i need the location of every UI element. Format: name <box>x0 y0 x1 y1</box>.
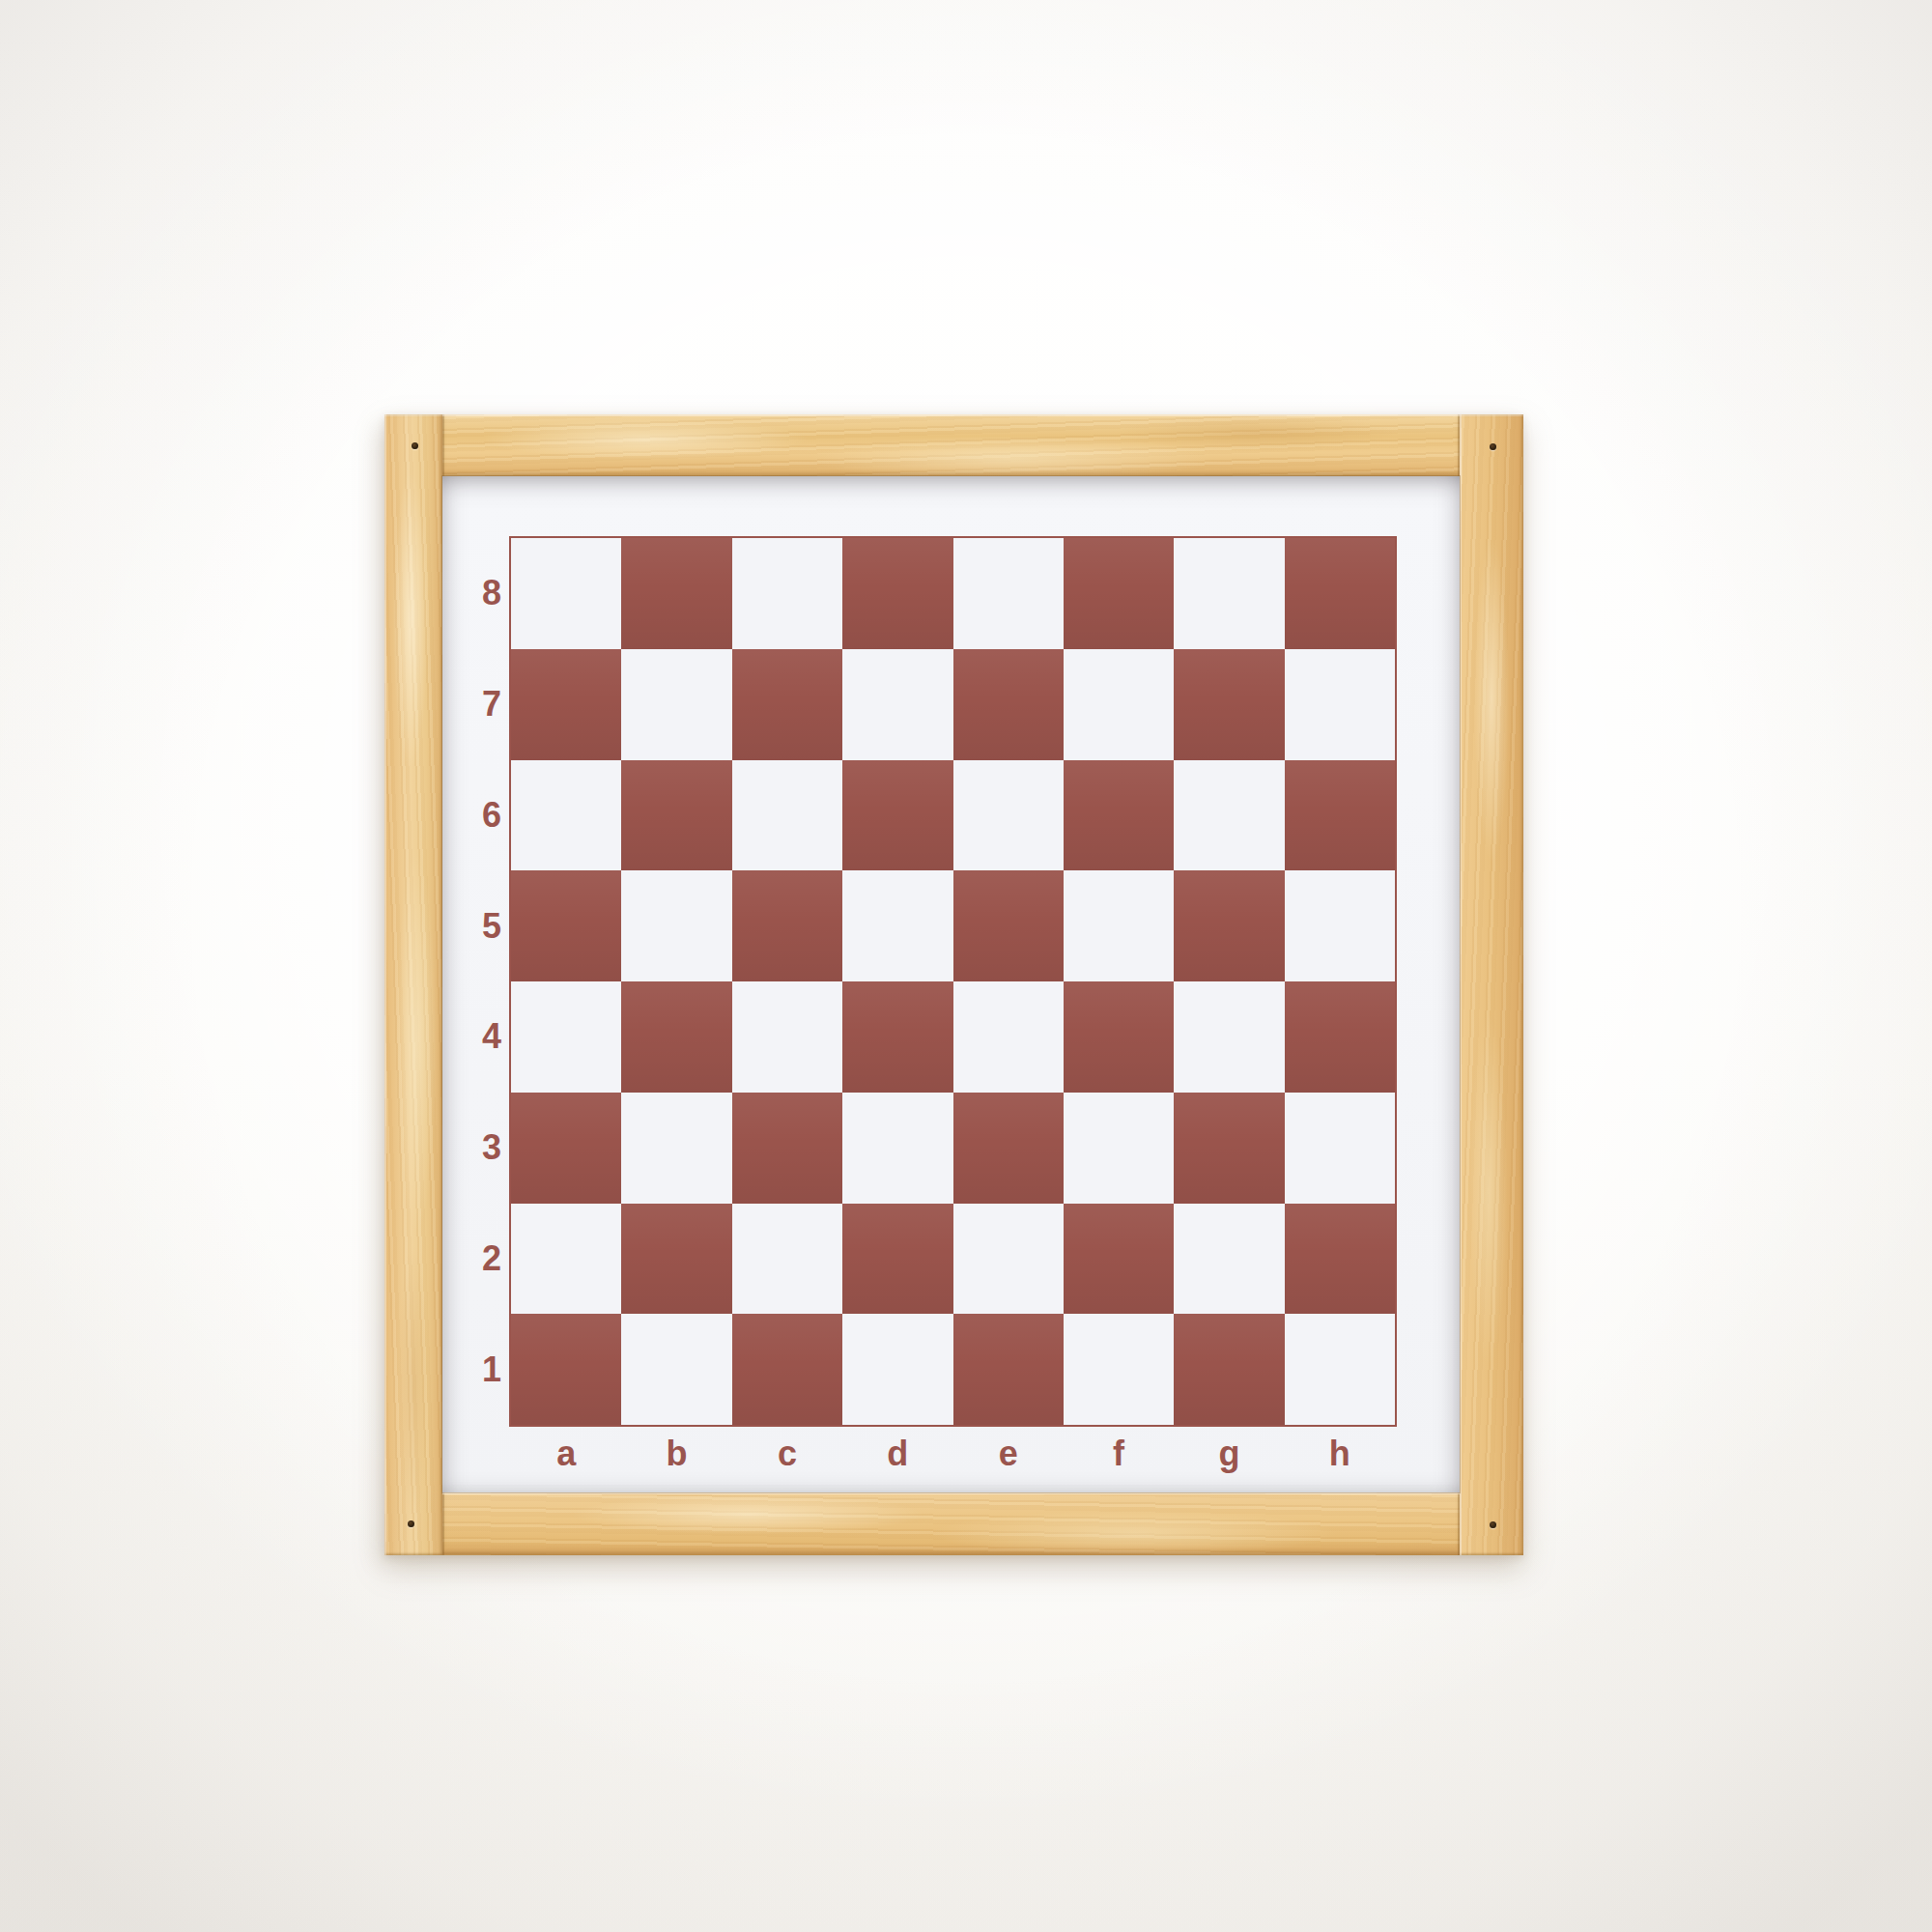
wooden-frame: 87654321 abcdefgh <box>384 414 1523 1555</box>
square-e2[interactable] <box>953 1204 1064 1315</box>
square-b5[interactable] <box>621 870 731 981</box>
square-f4[interactable] <box>1064 981 1174 1093</box>
nail-hole <box>1490 1521 1496 1528</box>
square-e5[interactable] <box>953 870 1064 981</box>
square-h4[interactable] <box>1285 981 1395 1093</box>
nail-hole <box>1490 443 1496 450</box>
square-a4[interactable] <box>511 981 621 1093</box>
square-g2[interactable] <box>1174 1204 1284 1315</box>
square-b3[interactable] <box>621 1093 731 1204</box>
frame-bottom-rail <box>442 1492 1460 1555</box>
square-c1[interactable] <box>732 1314 842 1425</box>
square-b7[interactable] <box>621 649 731 760</box>
file-label-d: d <box>842 1429 952 1485</box>
nail-hole <box>412 442 418 449</box>
file-labels: abcdefgh <box>511 1429 1395 1485</box>
square-h6[interactable] <box>1285 760 1395 871</box>
frame-right-rail <box>1460 414 1523 1555</box>
square-f6[interactable] <box>1064 760 1174 871</box>
square-d6[interactable] <box>842 760 952 871</box>
square-g7[interactable] <box>1174 649 1284 760</box>
square-b1[interactable] <box>621 1314 731 1425</box>
file-label-g: g <box>1174 1429 1284 1485</box>
square-g5[interactable] <box>1174 870 1284 981</box>
square-c2[interactable] <box>732 1204 842 1315</box>
square-f2[interactable] <box>1064 1204 1174 1315</box>
file-label-b: b <box>621 1429 731 1485</box>
square-g8[interactable] <box>1174 538 1284 649</box>
square-h7[interactable] <box>1285 649 1395 760</box>
square-e8[interactable] <box>953 538 1064 649</box>
photo-scene: 87654321 abcdefgh <box>0 0 1932 1932</box>
square-f8[interactable] <box>1064 538 1174 649</box>
square-h3[interactable] <box>1285 1093 1395 1204</box>
square-c6[interactable] <box>732 760 842 871</box>
square-e1[interactable] <box>953 1314 1064 1425</box>
square-h1[interactable] <box>1285 1314 1395 1425</box>
square-e6[interactable] <box>953 760 1064 871</box>
square-g6[interactable] <box>1174 760 1284 871</box>
square-c5[interactable] <box>732 870 842 981</box>
square-f1[interactable] <box>1064 1314 1174 1425</box>
square-a2[interactable] <box>511 1204 621 1315</box>
square-d8[interactable] <box>842 538 952 649</box>
square-c4[interactable] <box>732 981 842 1093</box>
square-b6[interactable] <box>621 760 731 871</box>
file-label-e: e <box>953 1429 1064 1485</box>
square-f5[interactable] <box>1064 870 1174 981</box>
square-a5[interactable] <box>511 870 621 981</box>
square-d1[interactable] <box>842 1314 952 1425</box>
square-b2[interactable] <box>621 1204 731 1315</box>
square-b4[interactable] <box>621 981 731 1093</box>
square-h5[interactable] <box>1285 870 1395 981</box>
square-d7[interactable] <box>842 649 952 760</box>
square-g4[interactable] <box>1174 981 1284 1093</box>
nail-hole <box>408 1520 414 1527</box>
square-d4[interactable] <box>842 981 952 1093</box>
square-f7[interactable] <box>1064 649 1174 760</box>
board-sheet: 87654321 abcdefgh <box>442 476 1460 1492</box>
square-a3[interactable] <box>511 1093 621 1204</box>
file-label-f: f <box>1064 1429 1174 1485</box>
frame-top-rail <box>442 414 1460 476</box>
square-c3[interactable] <box>732 1093 842 1204</box>
square-d5[interactable] <box>842 870 952 981</box>
frame-left-rail <box>384 414 442 1555</box>
square-e4[interactable] <box>953 981 1064 1093</box>
square-e7[interactable] <box>953 649 1064 760</box>
chess-board <box>509 536 1397 1427</box>
file-label-h: h <box>1285 1429 1395 1485</box>
square-d3[interactable] <box>842 1093 952 1204</box>
square-f3[interactable] <box>1064 1093 1174 1204</box>
square-c8[interactable] <box>732 538 842 649</box>
square-d2[interactable] <box>842 1204 952 1315</box>
square-e3[interactable] <box>953 1093 1064 1204</box>
square-c7[interactable] <box>732 649 842 760</box>
file-label-c: c <box>732 1429 842 1485</box>
square-a1[interactable] <box>511 1314 621 1425</box>
square-h8[interactable] <box>1285 538 1395 649</box>
square-a8[interactable] <box>511 538 621 649</box>
square-a7[interactable] <box>511 649 621 760</box>
square-g1[interactable] <box>1174 1314 1284 1425</box>
square-g3[interactable] <box>1174 1093 1284 1204</box>
square-a6[interactable] <box>511 760 621 871</box>
square-b8[interactable] <box>621 538 731 649</box>
square-h2[interactable] <box>1285 1204 1395 1315</box>
file-label-a: a <box>511 1429 621 1485</box>
